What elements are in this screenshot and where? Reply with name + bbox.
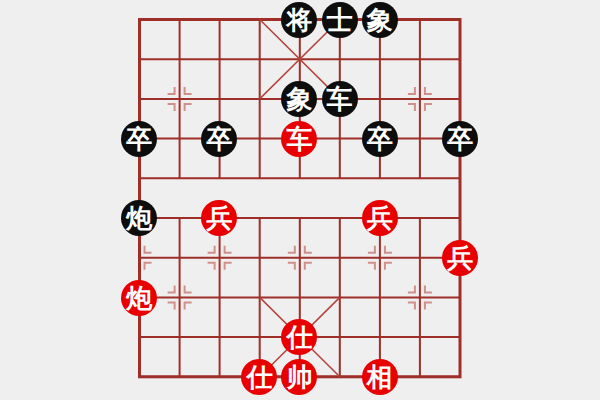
piece-black-elephant[interactable]: 象 xyxy=(362,2,398,38)
piece-red-elephant[interactable]: 相 xyxy=(362,359,398,395)
piece-black-soldier[interactable]: 卒 xyxy=(201,121,237,157)
piece-red-cannon[interactable]: 炮 xyxy=(121,280,157,316)
piece-red-soldier[interactable]: 兵 xyxy=(201,200,237,236)
piece-black-cannon[interactable]: 炮 xyxy=(121,200,157,236)
piece-red-advisor[interactable]: 仕 xyxy=(241,359,277,395)
piece-black-elephant[interactable]: 象 xyxy=(281,81,317,117)
piece-black-soldier[interactable]: 卒 xyxy=(442,121,478,157)
piece-red-advisor[interactable]: 仕 xyxy=(281,319,317,355)
piece-black-advisor[interactable]: 士 xyxy=(322,2,358,38)
piece-red-chariot[interactable]: 车 xyxy=(281,121,317,157)
piece-black-soldier[interactable]: 卒 xyxy=(121,121,157,157)
xiangqi-board: 将士象象车卒卒车卒卒炮兵兵兵炮仕仕帅相 xyxy=(0,0,600,400)
piece-black-general[interactable]: 将 xyxy=(281,2,317,38)
piece-red-general[interactable]: 帅 xyxy=(281,359,317,395)
piece-red-soldier[interactable]: 兵 xyxy=(442,240,478,276)
piece-black-soldier[interactable]: 卒 xyxy=(362,121,398,157)
piece-layer: 将士象象车卒卒车卒卒炮兵兵兵炮仕仕帅相 xyxy=(119,0,480,397)
piece-red-soldier[interactable]: 兵 xyxy=(362,200,398,236)
piece-black-chariot[interactable]: 车 xyxy=(322,81,358,117)
